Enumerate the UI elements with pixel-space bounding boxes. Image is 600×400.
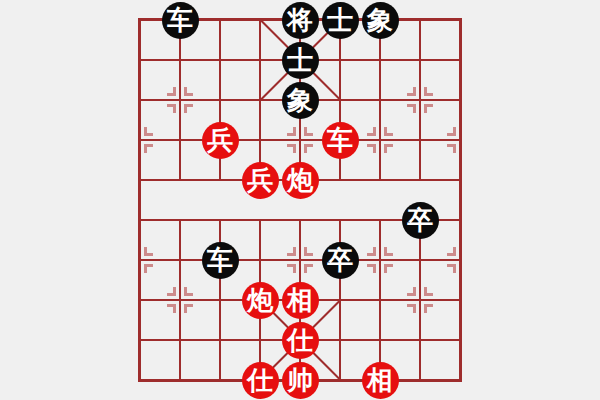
point-marker bbox=[287, 144, 296, 153]
point-marker bbox=[167, 104, 176, 113]
point-marker bbox=[407, 304, 416, 313]
piece-red-advisor[interactable]: 仕 bbox=[242, 362, 279, 399]
grid-vline bbox=[179, 220, 181, 380]
piece-red-general[interactable]: 帅 bbox=[282, 362, 319, 399]
grid-vline bbox=[419, 20, 421, 180]
piece-red-advisor[interactable]: 仕 bbox=[282, 322, 319, 359]
point-marker bbox=[447, 264, 456, 273]
screenshot: 车将士象士象兵车兵炮卒车卒炮相仕仕帅相 bbox=[0, 0, 600, 400]
piece-red-elephant[interactable]: 相 bbox=[362, 362, 399, 399]
grid-vline bbox=[379, 220, 381, 380]
point-marker bbox=[144, 264, 153, 273]
point-marker bbox=[304, 144, 313, 153]
point-marker bbox=[447, 144, 456, 153]
piece-black-advisor[interactable]: 士 bbox=[282, 42, 319, 79]
point-marker bbox=[167, 87, 176, 96]
piece-black-soldier[interactable]: 卒 bbox=[322, 242, 359, 279]
grid-vline bbox=[379, 20, 381, 180]
piece-black-general[interactable]: 将 bbox=[282, 2, 319, 39]
point-marker bbox=[424, 104, 433, 113]
piece-red-elephant[interactable]: 相 bbox=[282, 282, 319, 319]
point-marker bbox=[144, 127, 153, 136]
point-marker bbox=[144, 247, 153, 256]
piece-red-cannon[interactable]: 炮 bbox=[242, 282, 279, 319]
point-marker bbox=[367, 144, 376, 153]
xiangqi-board[interactable]: 车将士象士象兵车兵炮卒车卒炮相仕仕帅相 bbox=[140, 20, 460, 380]
point-marker bbox=[407, 104, 416, 113]
piece-red-cannon[interactable]: 炮 bbox=[282, 162, 319, 199]
point-marker bbox=[184, 304, 193, 313]
point-marker bbox=[184, 287, 193, 296]
point-marker bbox=[424, 304, 433, 313]
point-marker bbox=[447, 127, 456, 136]
point-marker bbox=[287, 264, 296, 273]
point-marker bbox=[167, 287, 176, 296]
point-marker bbox=[287, 247, 296, 256]
point-marker bbox=[184, 87, 193, 96]
point-marker bbox=[287, 127, 296, 136]
point-marker bbox=[424, 287, 433, 296]
point-marker bbox=[407, 87, 416, 96]
point-marker bbox=[384, 264, 393, 273]
piece-black-chariot[interactable]: 车 bbox=[202, 242, 239, 279]
point-marker bbox=[447, 247, 456, 256]
point-marker bbox=[367, 127, 376, 136]
piece-black-soldier[interactable]: 卒 bbox=[402, 202, 439, 239]
grid-vline bbox=[419, 220, 421, 380]
point-marker bbox=[367, 247, 376, 256]
piece-black-advisor[interactable]: 士 bbox=[322, 2, 359, 39]
point-marker bbox=[424, 87, 433, 96]
piece-black-elephant[interactable]: 象 bbox=[362, 2, 399, 39]
piece-red-chariot[interactable]: 车 bbox=[322, 122, 359, 159]
grid-vline bbox=[179, 20, 181, 180]
point-marker bbox=[384, 127, 393, 136]
point-marker bbox=[144, 144, 153, 153]
point-marker bbox=[304, 264, 313, 273]
piece-black-chariot[interactable]: 车 bbox=[162, 2, 199, 39]
point-marker bbox=[367, 264, 376, 273]
point-marker bbox=[304, 247, 313, 256]
point-marker bbox=[384, 144, 393, 153]
point-marker bbox=[384, 247, 393, 256]
point-marker bbox=[304, 127, 313, 136]
point-marker bbox=[167, 304, 176, 313]
piece-red-soldier[interactable]: 兵 bbox=[242, 162, 279, 199]
point-marker bbox=[184, 104, 193, 113]
piece-black-elephant[interactable]: 象 bbox=[282, 82, 319, 119]
point-marker bbox=[407, 287, 416, 296]
piece-red-soldier[interactable]: 兵 bbox=[202, 122, 239, 159]
